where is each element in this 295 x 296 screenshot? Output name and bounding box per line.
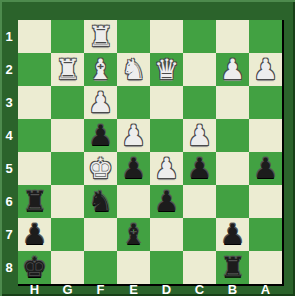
square-c1[interactable] [183, 20, 216, 53]
black-rook[interactable]: ♜ [22, 185, 47, 218]
square-d8[interactable] [150, 251, 183, 284]
black-pawn[interactable]: ♟ [22, 218, 47, 251]
square-b3[interactable] [216, 86, 249, 119]
file-labels: HGFEDCBA [18, 284, 282, 296]
file-label-g: G [51, 284, 84, 296]
black-pawn[interactable]: ♟ [154, 185, 179, 218]
square-c2[interactable] [183, 53, 216, 86]
square-h6[interactable]: ♜ [18, 185, 51, 218]
white-pawn[interactable]: ♟ [154, 152, 179, 185]
square-b6[interactable] [216, 185, 249, 218]
square-f5[interactable]: ♚ [84, 152, 117, 185]
square-f7[interactable] [84, 218, 117, 251]
square-g4[interactable] [51, 119, 84, 152]
square-h3[interactable] [18, 86, 51, 119]
black-pawn[interactable]: ♟ [88, 119, 113, 152]
square-d5[interactable]: ♟ [150, 152, 183, 185]
square-a3[interactable] [249, 86, 282, 119]
square-e7[interactable]: ♝ [117, 218, 150, 251]
board: ♜♜♝♞♛♟♟♟♟♟♟♚♟♟♟♟♜♞♟♟♝♟♚♜ [18, 20, 284, 286]
square-c3[interactable] [183, 86, 216, 119]
white-rook[interactable]: ♜ [55, 53, 80, 86]
square-g3[interactable] [51, 86, 84, 119]
rank-label-3: 3 [0, 86, 18, 119]
white-pawn[interactable]: ♟ [88, 86, 113, 119]
square-c6[interactable] [183, 185, 216, 218]
square-a2[interactable]: ♟ [249, 53, 282, 86]
square-a5[interactable]: ♟ [249, 152, 282, 185]
square-f4[interactable]: ♟ [84, 119, 117, 152]
square-h5[interactable] [18, 152, 51, 185]
square-a4[interactable] [249, 119, 282, 152]
white-knight[interactable]: ♞ [121, 53, 146, 86]
white-bishop[interactable]: ♝ [88, 53, 113, 86]
white-queen[interactable]: ♛ [154, 53, 179, 86]
square-b4[interactable] [216, 119, 249, 152]
file-label-d: D [150, 284, 183, 296]
square-e3[interactable] [117, 86, 150, 119]
white-pawn[interactable]: ♟ [187, 119, 212, 152]
rank-label-1: 1 [0, 20, 18, 53]
square-d2[interactable]: ♛ [150, 53, 183, 86]
square-e6[interactable] [117, 185, 150, 218]
square-g7[interactable] [51, 218, 84, 251]
black-pawn[interactable]: ♟ [253, 152, 278, 185]
black-king[interactable]: ♚ [22, 251, 47, 284]
black-pawn[interactable]: ♟ [121, 152, 146, 185]
square-g1[interactable] [51, 20, 84, 53]
square-a6[interactable] [249, 185, 282, 218]
rank-label-2: 2 [0, 53, 18, 86]
square-b5[interactable] [216, 152, 249, 185]
square-c7[interactable] [183, 218, 216, 251]
square-c8[interactable] [183, 251, 216, 284]
square-f1[interactable]: ♜ [84, 20, 117, 53]
black-pawn[interactable]: ♟ [220, 218, 245, 251]
rank-labels: 12345678 [0, 20, 18, 284]
square-f6[interactable]: ♞ [84, 185, 117, 218]
square-a8[interactable] [249, 251, 282, 284]
square-e8[interactable] [117, 251, 150, 284]
square-g8[interactable] [51, 251, 84, 284]
rank-label-8: 8 [0, 251, 18, 284]
rank-label-4: 4 [0, 119, 18, 152]
square-b1[interactable] [216, 20, 249, 53]
square-f8[interactable] [84, 251, 117, 284]
file-label-b: B [216, 284, 249, 296]
white-pawn[interactable]: ♟ [121, 119, 146, 152]
white-pawn[interactable]: ♟ [253, 53, 278, 86]
square-c4[interactable]: ♟ [183, 119, 216, 152]
file-label-h: H [18, 284, 51, 296]
white-pawn[interactable]: ♟ [220, 53, 245, 86]
square-b8[interactable]: ♜ [216, 251, 249, 284]
square-f2[interactable]: ♝ [84, 53, 117, 86]
square-h2[interactable] [18, 53, 51, 86]
square-g2[interactable]: ♜ [51, 53, 84, 86]
black-pawn[interactable]: ♟ [187, 152, 212, 185]
square-d1[interactable] [150, 20, 183, 53]
rank-label-5: 5 [0, 152, 18, 185]
square-h8[interactable]: ♚ [18, 251, 51, 284]
black-knight[interactable]: ♞ [88, 185, 113, 218]
square-e2[interactable]: ♞ [117, 53, 150, 86]
rank-label-6: 6 [0, 185, 18, 218]
square-e4[interactable]: ♟ [117, 119, 150, 152]
square-h4[interactable] [18, 119, 51, 152]
square-f3[interactable]: ♟ [84, 86, 117, 119]
square-b7[interactable]: ♟ [216, 218, 249, 251]
square-d6[interactable]: ♟ [150, 185, 183, 218]
chessboard-frame: 12345678 ♜♜♝♞♛♟♟♟♟♟♟♚♟♟♟♟♜♞♟♟♝♟♚♜ HGFEDC… [0, 0, 295, 296]
square-d3[interactable] [150, 86, 183, 119]
file-label-f: F [84, 284, 117, 296]
file-label-c: C [183, 284, 216, 296]
file-label-a: A [249, 284, 282, 296]
square-e1[interactable] [117, 20, 150, 53]
file-label-e: E [117, 284, 150, 296]
black-rook[interactable]: ♜ [220, 251, 245, 284]
white-rook[interactable]: ♜ [88, 20, 113, 53]
square-h1[interactable] [18, 20, 51, 53]
square-d4[interactable] [150, 119, 183, 152]
square-g6[interactable] [51, 185, 84, 218]
square-c5[interactable]: ♟ [183, 152, 216, 185]
white-king[interactable]: ♚ [88, 152, 113, 185]
square-b2[interactable]: ♟ [216, 53, 249, 86]
rank-label-7: 7 [0, 218, 18, 251]
square-e5[interactable]: ♟ [117, 152, 150, 185]
square-a7[interactable] [249, 218, 282, 251]
black-bishop[interactable]: ♝ [121, 218, 146, 251]
square-a1[interactable] [249, 20, 282, 53]
square-g5[interactable] [51, 152, 84, 185]
square-h7[interactable]: ♟ [18, 218, 51, 251]
square-d7[interactable] [150, 218, 183, 251]
